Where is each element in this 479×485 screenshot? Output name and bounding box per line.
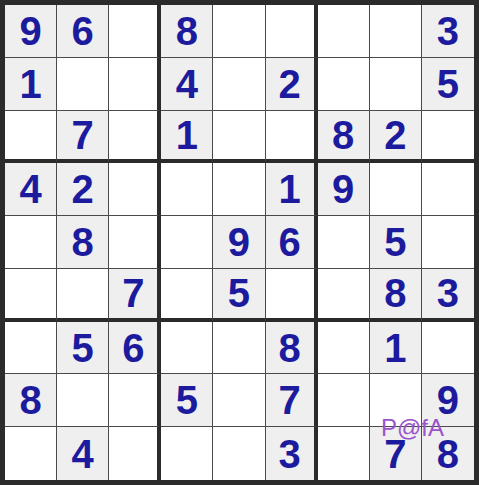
cell-r4c3[interactable] [109,163,161,216]
cell-r9c4[interactable] [161,427,213,480]
cell-r3c7[interactable]: 8 [318,111,370,164]
cell-r3c3[interactable] [109,111,161,164]
cell-r9c8[interactable]: 7 [370,427,422,480]
cell-r2c9[interactable]: 5 [422,58,474,111]
cell-r1c4[interactable]: 8 [161,5,213,58]
cell-r5c3[interactable] [109,216,161,269]
cell-r2c5[interactable] [213,58,265,111]
cell-r4c5[interactable] [213,163,265,216]
cell-r9c1[interactable] [5,427,57,480]
cell-r6c3[interactable]: 7 [109,269,161,322]
cell-r5c7[interactable] [318,216,370,269]
cell-r7c8[interactable]: 1 [370,322,422,375]
cell-r4c2[interactable]: 2 [57,163,109,216]
cell-r3c4[interactable]: 1 [161,111,213,164]
cell-r6c9[interactable]: 3 [422,269,474,322]
cell-r9c7[interactable] [318,427,370,480]
cell-r5c2[interactable]: 8 [57,216,109,269]
cell-r7c1[interactable] [5,322,57,375]
cell-r6c1[interactable] [5,269,57,322]
cell-r8c3[interactable] [109,374,161,427]
cell-r7c3[interactable]: 6 [109,322,161,375]
cell-r7c2[interactable]: 5 [57,322,109,375]
cell-r4c8[interactable] [370,163,422,216]
cell-r5c6[interactable]: 6 [266,216,318,269]
cell-r3c2[interactable]: 7 [57,111,109,164]
cell-r6c4[interactable] [161,269,213,322]
cell-r6c6[interactable] [266,269,318,322]
cell-r8c7[interactable] [318,374,370,427]
cell-r1c8[interactable] [370,5,422,58]
cell-r1c6[interactable] [266,5,318,58]
cell-r3c6[interactable] [266,111,318,164]
cell-r8c8[interactable] [370,374,422,427]
cell-r2c2[interactable] [57,58,109,111]
cell-r7c4[interactable] [161,322,213,375]
cell-r2c4[interactable]: 4 [161,58,213,111]
cell-r5c1[interactable] [5,216,57,269]
sudoku-board: 968314257182421989657583568185794378P@fA [0,0,479,485]
cell-r9c2[interactable]: 4 [57,427,109,480]
cell-r6c8[interactable]: 8 [370,269,422,322]
cell-r1c9[interactable]: 3 [422,5,474,58]
cell-r2c8[interactable] [370,58,422,111]
cell-r1c5[interactable] [213,5,265,58]
cell-r9c3[interactable] [109,427,161,480]
cell-r2c7[interactable] [318,58,370,111]
cell-r6c5[interactable]: 5 [213,269,265,322]
cell-r2c6[interactable]: 2 [266,58,318,111]
cell-r6c7[interactable] [318,269,370,322]
cell-r1c7[interactable] [318,5,370,58]
cell-r7c6[interactable]: 8 [266,322,318,375]
cell-r4c9[interactable] [422,163,474,216]
cell-r8c4[interactable]: 5 [161,374,213,427]
cell-r5c8[interactable]: 5 [370,216,422,269]
cell-r8c2[interactable] [57,374,109,427]
cell-r1c2[interactable]: 6 [57,5,109,58]
cell-r3c8[interactable]: 2 [370,111,422,164]
cell-r1c1[interactable]: 9 [5,5,57,58]
cell-r1c3[interactable] [109,5,161,58]
cell-r9c9[interactable]: 8 [422,427,474,480]
cell-r8c5[interactable] [213,374,265,427]
cell-r5c4[interactable] [161,216,213,269]
cell-r2c1[interactable]: 1 [5,58,57,111]
cell-r7c7[interactable] [318,322,370,375]
cell-r3c9[interactable] [422,111,474,164]
cell-r3c1[interactable] [5,111,57,164]
cell-r8c1[interactable]: 8 [5,374,57,427]
cell-r4c4[interactable] [161,163,213,216]
cell-r8c6[interactable]: 7 [266,374,318,427]
cell-r7c9[interactable] [422,322,474,375]
cell-r9c5[interactable] [213,427,265,480]
cell-r4c6[interactable]: 1 [266,163,318,216]
cell-r4c7[interactable]: 9 [318,163,370,216]
cell-r5c9[interactable] [422,216,474,269]
cell-r2c3[interactable] [109,58,161,111]
cell-r4c1[interactable]: 4 [5,163,57,216]
cell-r9c6[interactable]: 3 [266,427,318,480]
cell-r6c2[interactable] [57,269,109,322]
cell-r8c9[interactable]: 9 [422,374,474,427]
cell-r7c5[interactable] [213,322,265,375]
cell-r5c5[interactable]: 9 [213,216,265,269]
cell-r3c5[interactable] [213,111,265,164]
